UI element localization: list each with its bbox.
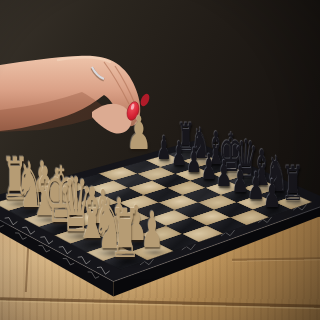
held-white-pawn[interactable]: ♟ <box>118 110 159 156</box>
chess-photo-scene: ♜♟♞♟♝♟♚♟♛♟♝♞♟♟♜♟♟♜♟♟♞♝♟♚♟♛♟♝♟♞♜ ♟ <box>0 0 320 320</box>
